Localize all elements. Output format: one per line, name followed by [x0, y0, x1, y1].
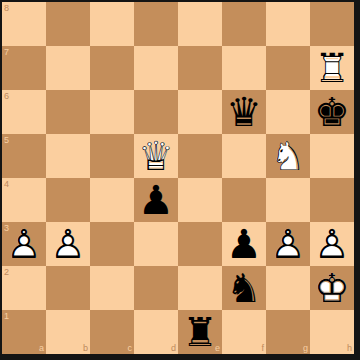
square-e2[interactable] [178, 266, 222, 310]
square-f2[interactable]: ♞ [222, 266, 266, 310]
square-g5[interactable]: ♞♘ [266, 134, 310, 178]
square-c6[interactable] [90, 90, 134, 134]
rank-label-5: 5 [4, 135, 9, 145]
square-a1[interactable]: 1a [2, 310, 46, 354]
square-a2[interactable]: 2 [2, 266, 46, 310]
white-king-h2[interactable]: ♚♔ [310, 266, 354, 310]
square-f4[interactable] [222, 178, 266, 222]
square-d2[interactable] [134, 266, 178, 310]
square-h5[interactable] [310, 134, 354, 178]
square-e6[interactable] [178, 90, 222, 134]
square-b5[interactable] [46, 134, 90, 178]
square-f6[interactable]: ♛ [222, 90, 266, 134]
rank-label-6: 6 [4, 91, 9, 101]
square-e8[interactable] [178, 2, 222, 46]
square-f7[interactable] [222, 46, 266, 90]
white-rook-h7[interactable]: ♜♖ [310, 46, 354, 90]
square-c2[interactable] [90, 266, 134, 310]
square-d5[interactable]: ♛♕ [134, 134, 178, 178]
square-e1[interactable]: e♜ [178, 310, 222, 354]
square-h8[interactable] [310, 2, 354, 46]
square-e5[interactable] [178, 134, 222, 178]
square-h4[interactable] [310, 178, 354, 222]
pawn-icon: ♟ [134, 178, 178, 222]
knight-outline-icon: ♘ [266, 134, 310, 178]
square-c5[interactable] [90, 134, 134, 178]
black-knight-f2[interactable]: ♞ [222, 266, 266, 310]
black-king-h6[interactable]: ♚ [310, 90, 354, 134]
square-h3[interactable]: ♟♙ [310, 222, 354, 266]
pawn-icon: ♟ [222, 222, 266, 266]
square-f1[interactable]: f [222, 310, 266, 354]
square-f5[interactable] [222, 134, 266, 178]
square-b1[interactable]: b [46, 310, 90, 354]
square-d1[interactable]: d [134, 310, 178, 354]
white-pawn-g3[interactable]: ♟♙ [266, 222, 310, 266]
king-outline-icon: ♔ [310, 266, 354, 310]
square-d7[interactable] [134, 46, 178, 90]
rank-label-8: 8 [4, 3, 9, 13]
pawn-outline-icon: ♙ [46, 222, 90, 266]
square-f8[interactable] [222, 2, 266, 46]
square-h2[interactable]: ♚♔ [310, 266, 354, 310]
rook-icon: ♜ [178, 310, 222, 354]
square-g6[interactable] [266, 90, 310, 134]
black-pawn-f3[interactable]: ♟ [222, 222, 266, 266]
square-d4[interactable]: ♟ [134, 178, 178, 222]
black-pawn-d4[interactable]: ♟ [134, 178, 178, 222]
square-c3[interactable] [90, 222, 134, 266]
rank-label-4: 4 [4, 179, 9, 189]
square-c7[interactable] [90, 46, 134, 90]
square-a5[interactable]: 5 [2, 134, 46, 178]
square-c1[interactable]: c [90, 310, 134, 354]
square-a4[interactable]: 4 [2, 178, 46, 222]
square-h6[interactable]: ♚ [310, 90, 354, 134]
square-h1[interactable]: h [310, 310, 354, 354]
square-a6[interactable]: 6 [2, 90, 46, 134]
white-pawn-h3[interactable]: ♟♙ [310, 222, 354, 266]
white-queen-d5[interactable]: ♛♕ [134, 134, 178, 178]
square-c8[interactable] [90, 2, 134, 46]
black-queen-f6[interactable]: ♛ [222, 90, 266, 134]
square-b6[interactable] [46, 90, 90, 134]
file-label-f: f [261, 343, 264, 353]
file-label-c: c [128, 343, 133, 353]
black-rook-e1[interactable]: ♜ [178, 310, 222, 354]
rank-label-2: 2 [4, 267, 9, 277]
rank-label-7: 7 [4, 47, 9, 57]
square-e3[interactable] [178, 222, 222, 266]
square-b3[interactable]: ♟♙ [46, 222, 90, 266]
square-g7[interactable] [266, 46, 310, 90]
chess-board-frame: 87♜♖6♛♚5♛♕♞♘4♟3♟♙♟♙♟♟♙♟♙2♞♚♔1abcde♜fgh [0, 0, 360, 360]
file-label-d: d [171, 343, 176, 353]
queen-outline-icon: ♕ [134, 134, 178, 178]
file-label-b: b [83, 343, 88, 353]
file-label-g: g [303, 343, 308, 353]
pawn-outline-icon: ♙ [2, 222, 46, 266]
square-b4[interactable] [46, 178, 90, 222]
square-g3[interactable]: ♟♙ [266, 222, 310, 266]
square-e7[interactable] [178, 46, 222, 90]
square-e4[interactable] [178, 178, 222, 222]
file-label-h: h [347, 343, 352, 353]
white-pawn-b3[interactable]: ♟♙ [46, 222, 90, 266]
square-d6[interactable] [134, 90, 178, 134]
pawn-outline-icon: ♙ [310, 222, 354, 266]
square-f3[interactable]: ♟ [222, 222, 266, 266]
square-b8[interactable] [46, 2, 90, 46]
chess-board: 87♜♖6♛♚5♛♕♞♘4♟3♟♙♟♙♟♟♙♟♙2♞♚♔1abcde♜fgh [2, 2, 354, 354]
square-d3[interactable] [134, 222, 178, 266]
square-h7[interactable]: ♜♖ [310, 46, 354, 90]
square-g2[interactable] [266, 266, 310, 310]
square-g1[interactable]: g [266, 310, 310, 354]
king-icon: ♚ [310, 90, 354, 134]
rook-outline-icon: ♖ [310, 46, 354, 90]
rank-label-1: 1 [4, 311, 9, 321]
square-c4[interactable] [90, 178, 134, 222]
white-knight-g5[interactable]: ♞♘ [266, 134, 310, 178]
file-label-a: a [39, 343, 44, 353]
queen-icon: ♛ [222, 90, 266, 134]
square-a8[interactable]: 8 [2, 2, 46, 46]
square-d8[interactable] [134, 2, 178, 46]
white-pawn-a3[interactable]: ♟♙ [2, 222, 46, 266]
square-g8[interactable] [266, 2, 310, 46]
square-b7[interactable] [46, 46, 90, 90]
pawn-outline-icon: ♙ [266, 222, 310, 266]
square-b2[interactable] [46, 266, 90, 310]
square-g4[interactable] [266, 178, 310, 222]
knight-icon: ♞ [222, 266, 266, 310]
square-a3[interactable]: 3♟♙ [2, 222, 46, 266]
square-a7[interactable]: 7 [2, 46, 46, 90]
